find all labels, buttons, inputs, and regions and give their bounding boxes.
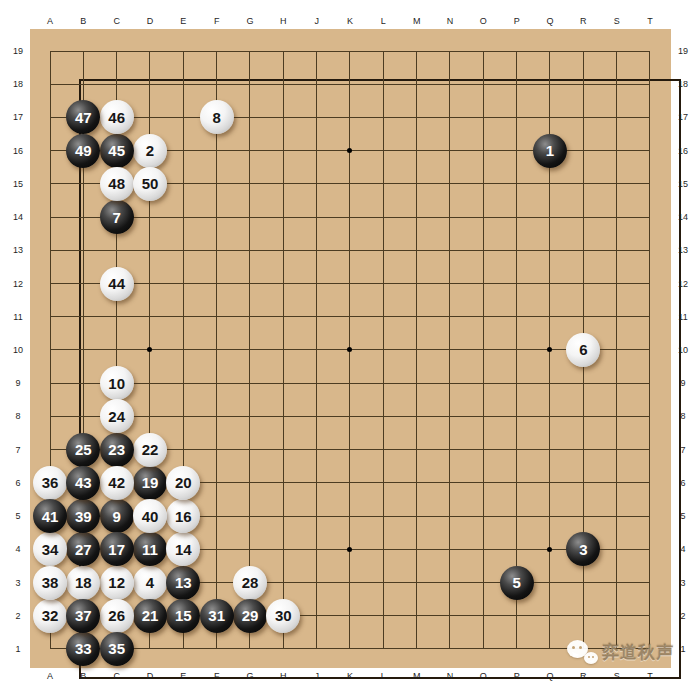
coord-label-bottom: D (138, 670, 162, 682)
stone-black: 43 (66, 466, 100, 500)
stone-white: 46 (100, 100, 134, 134)
coord-label-bottom: N (438, 670, 462, 682)
stone-white: 24 (100, 399, 134, 433)
coord-label-top: A (38, 15, 62, 27)
stone-white: 4 (133, 566, 167, 600)
coord-label-bottom: T (638, 670, 662, 682)
coord-label-left: 15 (6, 178, 30, 190)
coord-label-right: 16 (671, 145, 695, 157)
coord-label-right: 8 (671, 410, 695, 422)
grid-line (449, 51, 450, 649)
stone-black: 9 (100, 499, 134, 533)
wechat-icon (567, 639, 599, 666)
stone-white: 40 (133, 499, 167, 533)
coord-label-left: 12 (6, 278, 30, 290)
watermark-text: 弈道秋声 (602, 641, 674, 664)
stone-black: 5 (500, 566, 534, 600)
coord-label-left: 19 (6, 45, 30, 57)
coord-label-top: D (138, 15, 162, 27)
coord-label-bottom: M (405, 670, 429, 682)
go-diagram-screen: 弈道秋声 AABBCCDDEEFFGGHHJJKKLLMMNNOOPPQQRRS… (0, 0, 700, 700)
stone-white: 32 (33, 599, 67, 633)
coord-label-top: B (71, 15, 95, 27)
coord-label-top: K (338, 15, 362, 27)
coord-label-top: F (205, 15, 229, 27)
coord-label-bottom: H (271, 670, 295, 682)
stone-black: 41 (33, 499, 67, 533)
coord-label-bottom: R (571, 670, 595, 682)
stone-white: 18 (66, 566, 100, 600)
coord-label-right: 6 (671, 477, 695, 489)
coord-label-top: C (105, 15, 129, 27)
coord-label-right: 13 (671, 244, 695, 256)
coord-label-right: 5 (671, 510, 695, 522)
stone-black: 29 (233, 599, 267, 633)
grid-line (50, 383, 650, 384)
stone-white: 12 (100, 566, 134, 600)
stone-black: 23 (100, 433, 134, 467)
stone-black: 37 (66, 599, 100, 633)
stone-black: 49 (66, 134, 100, 168)
grid-line (50, 648, 650, 649)
stone-black: 1 (533, 134, 567, 168)
coord-label-top: P (505, 15, 529, 27)
coord-label-bottom: C (105, 670, 129, 682)
stone-white: 42 (100, 466, 134, 500)
grid-line (616, 51, 617, 649)
stone-black: 45 (100, 134, 134, 168)
coord-label-right: 17 (671, 111, 695, 123)
coord-label-right: 11 (671, 311, 695, 323)
coord-label-bottom: L (371, 670, 395, 682)
coord-label-right: 1 (671, 643, 695, 655)
stone-white: 10 (100, 366, 134, 400)
coord-label-top: G (238, 15, 262, 27)
grid-line (483, 51, 484, 649)
coord-label-bottom: F (205, 670, 229, 682)
stone-white: 38 (33, 566, 67, 600)
stone-black: 19 (133, 466, 167, 500)
stone-white: 30 (266, 599, 300, 633)
stone-white: 36 (33, 466, 67, 500)
coord-label-left: 3 (6, 577, 30, 589)
grid-line (649, 51, 650, 649)
coord-label-left: 10 (6, 344, 30, 356)
coord-label-right: 12 (671, 278, 695, 290)
grid-line (516, 51, 517, 649)
stone-black: 7 (100, 200, 134, 234)
coord-label-right: 7 (671, 444, 695, 456)
coord-label-right: 2 (671, 610, 695, 622)
coord-label-top: M (405, 15, 429, 27)
coord-label-left: 7 (6, 444, 30, 456)
coord-label-bottom: Q (538, 670, 562, 682)
coord-label-left: 4 (6, 543, 30, 555)
coord-label-left: 5 (6, 510, 30, 522)
coord-label-right: 10 (671, 344, 695, 356)
stone-black: 15 (166, 599, 200, 633)
coord-label-top: E (171, 15, 195, 27)
stone-white: 44 (100, 267, 134, 301)
coord-label-left: 6 (6, 477, 30, 489)
coord-label-left: 17 (6, 111, 30, 123)
wechat-bubble-small (584, 652, 598, 664)
coord-label-right: 19 (671, 45, 695, 57)
coord-label-right: 15 (671, 178, 695, 190)
coord-label-top: H (271, 15, 295, 27)
stone-white: 26 (100, 599, 134, 633)
stone-white: 48 (100, 167, 134, 201)
watermark: 弈道秋声 (567, 637, 674, 667)
stone-white: 2 (133, 134, 167, 168)
coord-label-left: 14 (6, 211, 30, 223)
grid-line (383, 51, 384, 649)
coord-label-right: 3 (671, 577, 695, 589)
stone-black: 13 (166, 566, 200, 600)
coord-label-bottom: G (238, 670, 262, 682)
coord-label-top: L (371, 15, 395, 27)
coord-label-right: 14 (671, 211, 695, 223)
grid-line (416, 51, 417, 649)
coord-label-right: 18 (671, 78, 695, 90)
coord-label-bottom: B (71, 670, 95, 682)
coord-label-left: 16 (6, 145, 30, 157)
coord-label-top: R (571, 15, 595, 27)
stone-black: 25 (66, 433, 100, 467)
coord-label-left: 13 (6, 244, 30, 256)
coord-label-top: N (438, 15, 462, 27)
coord-label-top: S (605, 15, 629, 27)
stone-white: 50 (133, 167, 167, 201)
coord-label-right: 9 (671, 377, 695, 389)
coord-label-top: J (305, 15, 329, 27)
coord-label-left: 1 (6, 643, 30, 655)
stone-white: 20 (166, 466, 200, 500)
coord-label-bottom: S (605, 670, 629, 682)
coord-label-left: 9 (6, 377, 30, 389)
coord-label-bottom: E (171, 670, 195, 682)
coord-label-left: 18 (6, 78, 30, 90)
stone-black: 21 (133, 599, 167, 633)
stone-black: 31 (200, 599, 234, 633)
coord-label-left: 11 (6, 311, 30, 323)
coord-label-bottom: O (471, 670, 495, 682)
coord-label-top: T (638, 15, 662, 27)
coord-label-bottom: A (38, 670, 62, 682)
stone-white: 28 (233, 566, 267, 600)
stone-white: 8 (200, 100, 234, 134)
grid-line (50, 416, 650, 417)
coord-label-right: 4 (671, 543, 695, 555)
coord-label-top: O (471, 15, 495, 27)
coord-label-left: 2 (6, 610, 30, 622)
stone-black: 17 (100, 532, 134, 566)
coord-label-bottom: P (505, 670, 529, 682)
coord-label-bottom: J (305, 670, 329, 682)
coord-label-bottom: K (338, 670, 362, 682)
coord-label-top: Q (538, 15, 562, 27)
coord-label-left: 8 (6, 410, 30, 422)
stone-black: 35 (100, 632, 134, 666)
stone-white: 22 (133, 433, 167, 467)
